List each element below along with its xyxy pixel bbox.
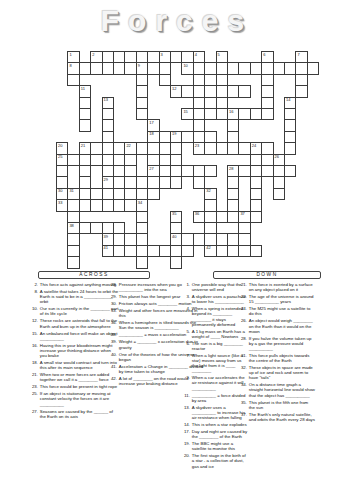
clue-item-number: 9. xyxy=(182,375,192,390)
clue-item-number: 20. xyxy=(182,453,192,468)
clue-number: 32 xyxy=(206,189,210,193)
across-header: ACROSS xyxy=(38,271,150,279)
clue-item-number: 41. xyxy=(109,364,119,374)
down-clues-column-2: 21.This force is exerted by a surface on… xyxy=(239,282,315,424)
clue-number: 39 xyxy=(104,235,108,239)
clue-number: 9 xyxy=(138,64,140,68)
page-title: Forces xyxy=(0,4,354,38)
clue-item: 32.These objects in space are made up of… xyxy=(239,365,315,380)
clue-item-number: 18. xyxy=(30,360,40,370)
clue-item-number: 6. xyxy=(182,341,192,351)
clue-item-text: These objects in space are made up of ic… xyxy=(249,365,315,380)
crossword-cell[interactable] xyxy=(261,108,273,120)
clue-number: 40 xyxy=(172,235,176,239)
clue-number: 42 xyxy=(206,246,210,250)
clue-item: 17.Day and night are caused by the _____… xyxy=(182,429,248,439)
clue-number: 20 xyxy=(58,144,62,148)
clue-item-number: 14. xyxy=(182,422,192,427)
clue-item-text: This force is exerted by a surface on an… xyxy=(249,282,315,292)
clue-item-text: The age of the universe is around 15 ___… xyxy=(249,294,315,304)
clue-item-text: An unbalanced force will make an object … xyxy=(40,331,119,341)
clue-item-number: 2. xyxy=(30,282,40,287)
clue-number: 25 xyxy=(58,155,62,159)
crossword-grid: 1234567891011121314151617181920212223242… xyxy=(56,51,336,271)
crossword-cell[interactable] xyxy=(170,176,182,188)
clue-number: 18 xyxy=(149,132,153,136)
clue-item-number: 8. xyxy=(30,289,40,304)
clue-number: 22 xyxy=(126,144,130,148)
clue-item-number: 3. xyxy=(182,294,192,304)
clue-item-text: This force would be present in tight rop… xyxy=(40,384,119,389)
clue-item-number: 35. xyxy=(239,400,249,410)
clue-item-text: Seasons are caused by the ______ of the … xyxy=(40,409,119,419)
crossword-cell[interactable] xyxy=(79,119,91,131)
clue-number: 3 xyxy=(161,53,163,57)
clue-item-number: 5. xyxy=(182,329,192,339)
crossword-cell[interactable] xyxy=(147,188,159,200)
clue-item-number: 26. xyxy=(239,318,249,333)
clue-item: 10.Our sun is currently in the ________ … xyxy=(30,306,119,316)
clue-item: 31.This force pulls objects towards the … xyxy=(239,353,315,363)
clue-item-number: 40. xyxy=(109,352,119,362)
clue-number: 24 xyxy=(252,144,256,148)
clue-number: 37 xyxy=(240,212,244,216)
clue-item: 8.A satellite that takes 24 hours to orb… xyxy=(30,289,119,304)
crossword-cell[interactable] xyxy=(67,256,79,268)
clue-item-number: 7. xyxy=(182,353,192,374)
clue-item-number: 36. xyxy=(109,320,119,330)
clue-item: 24.The M25 might use a satellite to do t… xyxy=(239,306,315,316)
clue-item-number: 19. xyxy=(182,441,192,451)
clue-number: 7 xyxy=(297,53,299,57)
clue-item-text: The BBC might use a satellite to monitor… xyxy=(192,441,248,451)
clue-number: 2 xyxy=(92,53,94,57)
clue-number: 17 xyxy=(149,121,153,125)
clue-number: 34 xyxy=(138,201,142,205)
clue-item-text: This force acts against anything moving xyxy=(40,282,119,287)
clue-item-number: 38. xyxy=(109,332,119,337)
clue-item-number: 25. xyxy=(30,391,40,406)
clue-item: 23.This force would be present in tight … xyxy=(30,384,119,389)
clue-number: 28 xyxy=(229,167,233,171)
crossword-cell[interactable] xyxy=(204,165,216,177)
clue-item-number: 28. xyxy=(109,282,119,292)
clue-item-text: If an object is stationary or moving at … xyxy=(40,391,119,406)
clue-number: 27 xyxy=(149,167,153,171)
clue-item: 21.This force is exerted by a surface on… xyxy=(239,282,315,292)
clue-item: 15.An unbalanced force will make an obje… xyxy=(30,331,119,341)
clue-item: 34.On a distance time graph a straight h… xyxy=(239,382,315,397)
clue-item: 28.If you halve the volume taken up by a… xyxy=(239,336,315,351)
clue-number: 26 xyxy=(275,155,279,159)
crossword-cell[interactable] xyxy=(181,245,193,257)
clue-number: 11 xyxy=(81,87,85,91)
clue-item-number: 30. xyxy=(109,301,119,306)
clue-item: 19.The BBC might use a satellite to moni… xyxy=(182,441,248,451)
clue-item-number: 17. xyxy=(182,429,192,439)
clue-number: 10 xyxy=(183,64,187,68)
clue-number: 31 xyxy=(69,189,73,193)
crossword-cell[interactable] xyxy=(250,211,262,223)
clue-item-number: 15. xyxy=(30,331,40,341)
clue-item-number: 16. xyxy=(30,343,40,358)
clue-item: 21.When two or more forces are added tog… xyxy=(30,372,119,382)
clue-item-text: When two or more forces are added togeth… xyxy=(40,372,119,382)
clue-number: 5 xyxy=(218,53,220,57)
crossword-cell[interactable] xyxy=(307,62,319,74)
clue-item-number: 21. xyxy=(239,282,249,292)
clue-item: 37.The Earth's only natural satellite, a… xyxy=(239,412,315,422)
clue-item-number: 24. xyxy=(239,306,249,316)
clue-item-number: 11. xyxy=(182,393,192,403)
clue-item: 18.A small star would contract and turn … xyxy=(30,360,119,370)
clue-item-number: 31. xyxy=(239,353,249,363)
clue-item-number: 12. xyxy=(30,318,40,328)
clue-number: 19 xyxy=(172,132,176,136)
clue-number: 1 xyxy=(69,53,71,57)
clue-item: 35.This planet is the fifth one from the… xyxy=(239,400,315,410)
crossword-cell[interactable] xyxy=(238,85,250,97)
clue-item-text: The first stage in the birth of a star -… xyxy=(192,453,248,468)
crossword-cell[interactable] xyxy=(250,245,262,257)
clue-item-text: A satellite that takes 24 hours to orbit… xyxy=(40,289,119,304)
clue-item-number: 4. xyxy=(182,306,192,327)
clue-item-number: 42. xyxy=(109,376,119,386)
clue-number: 36 xyxy=(195,212,199,216)
clue-item-text: Our sun is currently in the ________ par… xyxy=(40,306,119,316)
clue-item: 27.Seasons are caused by the ______ of t… xyxy=(30,409,119,419)
clue-item-number: 32. xyxy=(239,365,249,380)
crossword-cell[interactable] xyxy=(284,142,296,154)
clue-number: 33 xyxy=(58,201,62,205)
clue-item: 20.The first stage in the birth of a sta… xyxy=(182,453,248,468)
clue-number: 21 xyxy=(81,144,85,148)
clue-item-number: 28. xyxy=(239,336,249,351)
clue-number: 29 xyxy=(104,178,108,182)
crossword-cell[interactable] xyxy=(136,256,148,268)
clue-item-number: 34. xyxy=(239,382,249,397)
clue-number: 38 xyxy=(69,224,73,228)
clue-item-text: An object would weigh ________ on the Ea… xyxy=(249,318,315,333)
clue-item-text: Day and night are caused by the ________… xyxy=(192,429,248,439)
clue-item-number: 29. xyxy=(109,294,119,299)
clue-number: 4 xyxy=(195,53,197,57)
clue-item: 22.The age of the universe is around 15 … xyxy=(239,294,315,304)
clue-item-number: 22. xyxy=(239,294,249,304)
clue-item-number: 39. xyxy=(109,339,119,349)
clue-item-text: The M25 might use a satellite to do this xyxy=(249,306,315,316)
clue-item-number: 13. xyxy=(182,405,192,420)
clue-item-text: A small star would contract and turn int… xyxy=(40,360,119,370)
crossword-cell[interactable] xyxy=(273,188,285,200)
clue-number: 14 xyxy=(286,98,290,102)
clue-item-text: Having this in your bloodstream might in… xyxy=(40,343,119,358)
clue-item-text: The Earth's only natural satellite, and … xyxy=(249,412,315,422)
clue-number: 6 xyxy=(263,53,265,57)
clue-item-text: This force pulls objects towards the cen… xyxy=(249,353,315,363)
clue-item-number: 10. xyxy=(30,306,40,316)
clue-item: 2.This force acts against anything movin… xyxy=(30,282,119,287)
crossword-cell[interactable] xyxy=(295,85,307,97)
crossword-cell[interactable] xyxy=(284,165,296,177)
clue-item-number: 21. xyxy=(30,372,40,382)
clue-item: 25.If an object is stationary or moving … xyxy=(30,391,119,406)
clue-number: 41 xyxy=(104,246,108,250)
clue-number: 8 xyxy=(69,64,71,68)
clue-number: 35 xyxy=(172,212,176,216)
clue-number: 30 xyxy=(58,189,62,193)
clue-number: 16 xyxy=(229,110,233,114)
clue-item-text: On a distance time graph a straight hori… xyxy=(249,382,315,397)
clue-number: 15 xyxy=(183,110,187,114)
clue-number: 12 xyxy=(172,87,176,91)
clue-item-number: 37. xyxy=(239,412,249,422)
clue-number: 13 xyxy=(104,98,108,102)
clue-item-text: These rocks are asteroids that fall to t… xyxy=(40,318,119,328)
across-clues-column-1: 2.This force acts against anything movin… xyxy=(30,282,119,421)
crossword-cell[interactable] xyxy=(170,256,182,268)
clue-item-number: 33. xyxy=(109,308,119,318)
clue-item-number: 27. xyxy=(30,409,40,419)
down-header: DOWN xyxy=(213,271,321,279)
clue-item-text: If you halve the volume taken up by a ga… xyxy=(249,336,315,351)
clue-item: 16.Having this in your bloodstream might… xyxy=(30,343,119,358)
clue-item-text: This planet is the fifth one from the su… xyxy=(249,400,315,410)
clue-number: 23 xyxy=(195,144,199,148)
clue-item-number: 23. xyxy=(30,384,40,389)
clue-item-number: 1. xyxy=(182,282,192,292)
clue-item: 26.An object would weigh ________ on the… xyxy=(239,318,315,333)
clue-item: 12.These rocks are asteroids that fall t… xyxy=(30,318,119,328)
